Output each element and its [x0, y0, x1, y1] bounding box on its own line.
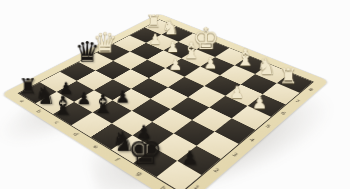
piece-white-P-a3[interactable]: ♟ — [252, 95, 267, 111]
piece-white-P-g2[interactable]: ♟ — [149, 33, 162, 47]
piece-black-B-e7[interactable]: ♝ — [91, 93, 114, 118]
piece-black-P-e6[interactable]: ♟ — [115, 89, 130, 105]
piece-white-N-g1[interactable]: ♞ — [161, 19, 179, 38]
piece-white-P-e3[interactable]: ♟ — [169, 57, 183, 72]
piece-white-B-e2[interactable]: ♝ — [181, 41, 201, 62]
piece-white-B-c1[interactable]: ♝ — [235, 48, 255, 70]
piece-black-P-f7[interactable]: ♟ — [76, 91, 91, 107]
piece-black-K-b8[interactable]: ♚ — [127, 131, 163, 169]
piece-white-P-f2[interactable]: ♟ — [166, 40, 179, 54]
piece-white-R-a1[interactable]: ♜ — [279, 67, 298, 87]
piece-black-P-a7[interactable]: ♟ — [181, 149, 198, 167]
piece-white-P-d2[interactable]: ♟ — [204, 56, 218, 71]
piece-black-Q-h5[interactable]: ♛ — [75, 39, 100, 66]
piece-white-P-b3[interactable]: ♟ — [230, 85, 245, 101]
square-a1[interactable]: ♜ — [277, 73, 313, 93]
piece-white-N-b1[interactable]: ♞ — [256, 57, 276, 78]
photo-stage: ♚♞♝♞♜♟♟♝♟♟♟♛♛♟♟♟♟♝♟♟♜♞♝♚♞♜ abcdefgh 1234… — [0, 0, 350, 189]
piece-black-B-f8[interactable]: ♝ — [51, 94, 74, 119]
piece-white-R-h1[interactable]: ♜ — [146, 14, 162, 31]
